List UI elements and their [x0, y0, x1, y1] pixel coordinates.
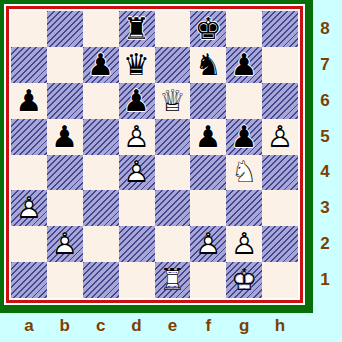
rank-label-3: 3 — [312, 190, 338, 226]
file-label-g: g — [226, 314, 262, 338]
square-h8[interactable] — [262, 11, 298, 47]
black-pawn-glyph: ♟ — [123, 86, 150, 116]
file-labels: abcdefgh — [11, 314, 298, 338]
piece-black-pawn[interactable]: ♟ — [11, 83, 47, 119]
piece-white-rook[interactable]: ♜♖ — [155, 262, 191, 298]
rank-labels: 87654321 — [312, 11, 338, 298]
square-a2[interactable] — [11, 226, 47, 262]
file-label-f: f — [190, 314, 226, 338]
square-h4[interactable] — [262, 155, 298, 191]
file-label-a: a — [11, 314, 47, 338]
square-f1[interactable] — [190, 262, 226, 298]
square-c3[interactable] — [83, 190, 119, 226]
square-g5[interactable]: ♟ — [226, 119, 262, 155]
square-a7[interactable] — [11, 47, 47, 83]
white-pawn-outline: ♙ — [231, 229, 258, 259]
square-b8[interactable] — [47, 11, 83, 47]
rank-label-2: 2 — [312, 226, 338, 262]
piece-white-king[interactable]: ♚♔ — [226, 262, 262, 298]
piece-black-pawn[interactable]: ♟ — [119, 83, 155, 119]
square-c1[interactable] — [83, 262, 119, 298]
square-d2[interactable] — [119, 226, 155, 262]
square-h5[interactable]: ♟♙ — [262, 119, 298, 155]
square-b3[interactable] — [47, 190, 83, 226]
square-e7[interactable] — [155, 47, 191, 83]
black-pawn-glyph: ♟ — [51, 122, 78, 152]
square-h2[interactable] — [262, 226, 298, 262]
square-a5[interactable] — [11, 119, 47, 155]
piece-black-pawn[interactable]: ♟ — [190, 119, 226, 155]
black-pawn-glyph: ♟ — [231, 50, 258, 80]
square-h7[interactable] — [262, 47, 298, 83]
square-d4[interactable]: ♟♙ — [119, 155, 155, 191]
square-h6[interactable] — [262, 83, 298, 119]
rank-label-7: 7 — [312, 47, 338, 83]
white-rook-outline: ♖ — [159, 265, 186, 295]
square-a4[interactable] — [11, 155, 47, 191]
square-g3[interactable] — [226, 190, 262, 226]
square-c2[interactable] — [83, 226, 119, 262]
square-e6[interactable]: ♛♕ — [155, 83, 191, 119]
square-d5[interactable]: ♟♙ — [119, 119, 155, 155]
square-h3[interactable] — [262, 190, 298, 226]
black-pawn-glyph: ♟ — [15, 86, 42, 116]
rank-label-1: 1 — [312, 262, 338, 298]
piece-black-queen[interactable]: ♛ — [119, 47, 155, 83]
white-pawn-outline: ♙ — [51, 229, 78, 259]
square-b1[interactable] — [47, 262, 83, 298]
square-a6[interactable]: ♟ — [11, 83, 47, 119]
square-c7[interactable]: ♟ — [83, 47, 119, 83]
square-b4[interactable] — [47, 155, 83, 191]
square-f5[interactable]: ♟ — [190, 119, 226, 155]
square-h1[interactable] — [262, 262, 298, 298]
black-pawn-glyph: ♟ — [87, 50, 114, 80]
rank-label-6: 6 — [312, 83, 338, 119]
black-queen-glyph: ♛ — [123, 50, 150, 80]
white-queen-outline: ♕ — [159, 86, 186, 116]
square-c8[interactable] — [83, 11, 119, 47]
white-pawn-outline: ♙ — [15, 193, 42, 223]
piece-black-pawn[interactable]: ♟ — [83, 47, 119, 83]
black-pawn-glyph: ♟ — [195, 122, 222, 152]
square-a3[interactable]: ♟♙ — [11, 190, 47, 226]
rank-label-5: 5 — [312, 119, 338, 155]
chessboard-app: ♜♚♟♛♞♟♟♟♛♕♟♟♙♟♟♟♙♟♙♞♘♟♙♟♙♟♙♟♙♜♖♚♔ abcdef… — [0, 0, 342, 342]
white-pawn-outline: ♙ — [195, 229, 222, 259]
file-label-e: e — [155, 314, 191, 338]
square-d1[interactable] — [119, 262, 155, 298]
black-knight-glyph: ♞ — [195, 50, 222, 80]
square-b6[interactable] — [47, 83, 83, 119]
square-e5[interactable] — [155, 119, 191, 155]
rank-label-4: 4 — [312, 155, 338, 191]
white-king-outline: ♔ — [231, 265, 258, 295]
square-c5[interactable] — [83, 119, 119, 155]
piece-black-pawn[interactable]: ♟ — [226, 119, 262, 155]
piece-black-knight[interactable]: ♞ — [190, 47, 226, 83]
piece-white-knight[interactable]: ♞♘ — [226, 155, 262, 191]
black-king-glyph: ♚ — [195, 14, 222, 44]
piece-white-pawn[interactable]: ♟♙ — [119, 119, 155, 155]
square-g2[interactable]: ♟♙ — [226, 226, 262, 262]
file-label-c: c — [83, 314, 119, 338]
square-e2[interactable] — [155, 226, 191, 262]
piece-white-pawn[interactable]: ♟♙ — [262, 119, 298, 155]
square-e4[interactable] — [155, 155, 191, 191]
square-f6[interactable] — [190, 83, 226, 119]
piece-black-rook[interactable]: ♜ — [119, 11, 155, 47]
square-g6[interactable] — [226, 83, 262, 119]
square-d3[interactable] — [119, 190, 155, 226]
white-pawn-outline: ♙ — [123, 122, 150, 152]
square-f7[interactable]: ♞ — [190, 47, 226, 83]
square-g8[interactable] — [226, 11, 262, 47]
file-label-h: h — [262, 314, 298, 338]
rank-label-8: 8 — [312, 11, 338, 47]
piece-white-pawn[interactable]: ♟♙ — [119, 155, 155, 191]
square-e1[interactable]: ♜♖ — [155, 262, 191, 298]
board-frame-white-outer: ♜♚♟♛♞♟♟♟♛♕♟♟♙♟♟♟♙♟♙♞♘♟♙♟♙♟♙♟♙♜♖♚♔ — [4, 4, 305, 305]
square-b2[interactable]: ♟♙ — [47, 226, 83, 262]
piece-black-pawn[interactable]: ♟ — [226, 47, 262, 83]
square-g7[interactable]: ♟ — [226, 47, 262, 83]
square-g4[interactable]: ♞♘ — [226, 155, 262, 191]
board-frame-green: ♜♚♟♛♞♟♟♟♛♕♟♟♙♟♟♟♙♟♙♞♘♟♙♟♙♟♙♟♙♜♖♚♔ — [0, 0, 313, 313]
piece-white-pawn[interactable]: ♟♙ — [11, 190, 47, 226]
square-f2[interactable]: ♟♙ — [190, 226, 226, 262]
square-f3[interactable] — [190, 190, 226, 226]
file-label-d: d — [119, 314, 155, 338]
file-label-b: b — [47, 314, 83, 338]
white-pawn-outline: ♙ — [123, 157, 150, 187]
square-b7[interactable] — [47, 47, 83, 83]
piece-white-queen[interactable]: ♛♕ — [155, 83, 191, 119]
piece-black-king[interactable]: ♚ — [190, 11, 226, 47]
square-d8[interactable]: ♜ — [119, 11, 155, 47]
square-g1[interactable]: ♚♔ — [226, 262, 262, 298]
square-b5[interactable]: ♟ — [47, 119, 83, 155]
white-knight-outline: ♘ — [231, 157, 258, 187]
square-d7[interactable]: ♛ — [119, 47, 155, 83]
piece-white-pawn[interactable]: ♟♙ — [226, 226, 262, 262]
square-c6[interactable] — [83, 83, 119, 119]
piece-black-pawn[interactable]: ♟ — [47, 119, 83, 155]
white-pawn-outline: ♙ — [267, 122, 294, 152]
square-f8[interactable]: ♚ — [190, 11, 226, 47]
square-f4[interactable] — [190, 155, 226, 191]
black-rook-glyph: ♜ — [123, 14, 150, 44]
black-pawn-glyph: ♟ — [231, 122, 258, 152]
square-a1[interactable] — [11, 262, 47, 298]
piece-white-pawn[interactable]: ♟♙ — [47, 226, 83, 262]
chess-board: ♜♚♟♛♞♟♟♟♛♕♟♟♙♟♟♟♙♟♙♞♘♟♙♟♙♟♙♟♙♜♖♚♔ — [11, 11, 298, 298]
board-frame-red: ♜♚♟♛♞♟♟♟♛♕♟♟♙♟♟♟♙♟♙♞♘♟♙♟♙♟♙♟♙♜♖♚♔ — [6, 6, 303, 303]
piece-white-pawn[interactable]: ♟♙ — [190, 226, 226, 262]
square-e3[interactable] — [155, 190, 191, 226]
square-c4[interactable] — [83, 155, 119, 191]
square-d6[interactable]: ♟ — [119, 83, 155, 119]
square-a8[interactable] — [11, 11, 47, 47]
board-frame-white-inner: ♜♚♟♛♞♟♟♟♛♕♟♟♙♟♟♟♙♟♙♞♘♟♙♟♙♟♙♟♙♜♖♚♔ — [9, 9, 300, 300]
square-e8[interactable] — [155, 11, 191, 47]
